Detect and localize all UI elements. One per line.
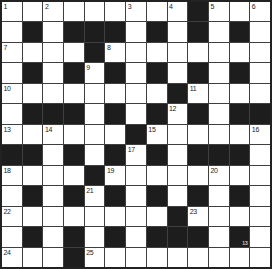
black-cell-r10c10 <box>188 186 208 205</box>
white-cell-r10c13[interactable] <box>250 186 270 205</box>
clue-number-13: 13 <box>4 125 11 134</box>
crossword-grid: 1234567891011121314151617181920212223132… <box>0 0 272 269</box>
white-cell-r7c1[interactable]: 13 <box>2 125 22 144</box>
white-cell-r5c12[interactable] <box>230 84 250 103</box>
black-cell-r10c2 <box>23 186 43 205</box>
black-cell-r6c2 <box>23 104 43 123</box>
white-cell-r11c7[interactable] <box>126 207 146 226</box>
white-cell-r5c5[interactable] <box>85 84 105 103</box>
black-cell-r10c12 <box>230 186 250 205</box>
white-cell-r2c9[interactable] <box>168 22 188 41</box>
white-cell-r11c2[interactable] <box>23 207 43 226</box>
white-cell-r8c9[interactable] <box>168 145 188 164</box>
clue-number-23: 23 <box>190 207 197 216</box>
black-cell-r4c12 <box>230 63 250 82</box>
black-cell-r8c10 <box>188 145 208 164</box>
white-cell-r3c6[interactable]: 8 <box>105 43 125 62</box>
white-cell-r12c5[interactable] <box>85 227 105 246</box>
black-cell-r8c1 <box>2 145 22 164</box>
white-cell-r13c8[interactable] <box>147 248 167 267</box>
black-cell-r8c8 <box>147 145 167 164</box>
clue-number-25: 25 <box>86 248 93 257</box>
black-cell-r12c9 <box>168 227 188 246</box>
white-cell-r7c13[interactable]: 16 <box>250 125 270 144</box>
white-cell-r9c7[interactable] <box>126 166 146 185</box>
black-cell-r10c6 <box>105 186 125 205</box>
white-cell-r6c5[interactable] <box>85 104 105 123</box>
white-cell-r5c13[interactable] <box>250 84 270 103</box>
clue-number-11: 11 <box>190 84 197 93</box>
white-cell-r4c13[interactable] <box>250 63 270 82</box>
white-cell-r11c13[interactable] <box>250 207 270 226</box>
white-cell-r9c10[interactable] <box>188 166 208 185</box>
black-cell-r8c6 <box>105 145 125 164</box>
clue-number-4: 4 <box>169 2 173 11</box>
white-cell-r2c3[interactable] <box>43 22 63 41</box>
clue-number-3: 3 <box>128 2 132 11</box>
white-cell-r10c9[interactable] <box>168 186 188 205</box>
white-cell-r3c3[interactable] <box>43 43 63 62</box>
white-cell-r13c3[interactable] <box>43 248 63 267</box>
black-cell-r8c12 <box>230 145 250 164</box>
white-cell-r13c12[interactable] <box>230 248 250 267</box>
white-cell-r3c2[interactable] <box>23 43 43 62</box>
white-cell-r5c1[interactable]: 10 <box>2 84 22 103</box>
white-cell-r1c1[interactable]: 1 <box>2 2 22 21</box>
clue-number-8: 8 <box>107 43 111 52</box>
white-cell-r13c1[interactable]: 24 <box>2 248 22 267</box>
white-cell-r11c12[interactable] <box>230 207 250 226</box>
black-cell-r12c2 <box>23 227 43 246</box>
white-cell-r1c2[interactable] <box>23 2 43 21</box>
white-cell-r4c11[interactable] <box>209 63 229 82</box>
white-cell-r6c11[interactable] <box>209 104 229 123</box>
white-cell-r1c8[interactable] <box>147 2 167 21</box>
white-cell-r3c7[interactable] <box>126 43 146 62</box>
white-cell-r9c13[interactable] <box>250 166 270 185</box>
white-cell-r13c6[interactable] <box>105 248 125 267</box>
clue-number-5: 5 <box>210 2 214 11</box>
white-cell-r13c9[interactable] <box>168 248 188 267</box>
black-cell-r12c4 <box>64 227 84 246</box>
white-cell-r5c6[interactable] <box>105 84 125 103</box>
white-cell-r10c7[interactable] <box>126 186 146 205</box>
white-cell-r1c13[interactable]: 6 <box>250 2 270 21</box>
black-cell-r10c4 <box>64 186 84 205</box>
black-cell-r4c6 <box>105 63 125 82</box>
clue-number-7: 7 <box>4 43 8 52</box>
white-cell-r13c11[interactable] <box>209 248 229 267</box>
clue-number-15: 15 <box>148 125 155 134</box>
clue-number-12: 12 <box>169 104 176 113</box>
white-cell-r6c7[interactable] <box>126 104 146 123</box>
clue-number-16: 16 <box>252 125 259 134</box>
white-cell-r4c9[interactable] <box>168 63 188 82</box>
black-cell-r9c5 <box>85 166 105 185</box>
white-cell-r8c3[interactable] <box>43 145 63 164</box>
white-cell-r3c1[interactable]: 7 <box>2 43 22 62</box>
white-cell-r12c3[interactable] <box>43 227 63 246</box>
black-cell-r8c11 <box>209 145 229 164</box>
white-cell-r9c11[interactable]: 20 <box>209 166 229 185</box>
white-cell-r7c9[interactable] <box>168 125 188 144</box>
clue-number-17: 17 <box>128 145 135 154</box>
white-cell-r11c10[interactable]: 23 <box>188 207 208 226</box>
white-cell-r9c4[interactable] <box>64 166 84 185</box>
white-cell-r11c4[interactable] <box>64 207 84 226</box>
white-cell-r2c13[interactable] <box>250 22 270 41</box>
clue-number-22: 22 <box>4 207 11 216</box>
white-cell-r5c7[interactable] <box>126 84 146 103</box>
white-cell-r11c5[interactable] <box>85 207 105 226</box>
white-cell-r13c5[interactable]: 25 <box>85 248 105 267</box>
black-cell-r6c8 <box>147 104 167 123</box>
white-cell-r7c4[interactable] <box>64 125 84 144</box>
white-cell-r9c12[interactable] <box>230 166 250 185</box>
black-cell-r2c12 <box>230 22 250 41</box>
black-cell-r12c8 <box>147 227 167 246</box>
black-cell-r12c10 <box>188 227 208 246</box>
white-cell-r9c6[interactable]: 19 <box>105 166 125 185</box>
clue-number-24: 24 <box>4 248 11 257</box>
black-cell-r12c12: 13 <box>230 227 250 246</box>
white-cell-r1c12[interactable] <box>230 2 250 21</box>
black-cell-r5c9 <box>168 84 188 103</box>
black-cell-r2c5 <box>85 22 105 41</box>
white-cell-r11c6[interactable] <box>105 207 125 226</box>
white-cell-r12c11[interactable] <box>209 227 229 246</box>
black-cell-r12c6 <box>105 227 125 246</box>
white-cell-r13c7[interactable] <box>126 248 146 267</box>
white-cell-r7c2[interactable] <box>23 125 43 144</box>
white-cell-r1c7[interactable]: 3 <box>126 2 146 21</box>
white-cell-r4c3[interactable] <box>43 63 63 82</box>
black-cell-r8c4 <box>64 145 84 164</box>
white-cell-r13c13[interactable] <box>250 248 270 267</box>
white-cell-r2c7[interactable] <box>126 22 146 41</box>
white-cell-r1c9[interactable]: 4 <box>168 2 188 21</box>
white-cell-r9c2[interactable] <box>23 166 43 185</box>
clue-number-14: 14 <box>45 125 52 134</box>
white-cell-r9c8[interactable] <box>147 166 167 185</box>
black-cell-r2c2 <box>23 22 43 41</box>
white-cell-r1c5[interactable] <box>85 2 105 21</box>
white-cell-r6c9[interactable]: 12 <box>168 104 188 123</box>
white-cell-r3c11[interactable] <box>209 43 229 62</box>
white-cell-r1c11[interactable]: 5 <box>209 2 229 21</box>
black-cell-r8c2 <box>23 145 43 164</box>
clue-number-18: 18 <box>4 166 11 175</box>
black-cell-r11c9 <box>168 207 188 226</box>
white-cell-r1c3[interactable]: 2 <box>43 2 63 21</box>
white-cell-r4c1[interactable] <box>2 63 22 82</box>
black-cell-r6c3 <box>43 104 63 123</box>
white-cell-r10c1[interactable] <box>2 186 22 205</box>
white-cell-r2c11[interactable] <box>209 22 229 41</box>
black-cell-r6c6 <box>105 104 125 123</box>
white-cell-r12c13[interactable] <box>250 227 270 246</box>
clue-number-21: 21 <box>86 186 93 195</box>
white-cell-r2c1[interactable] <box>2 22 22 41</box>
black-cell-r6c12 <box>230 104 250 123</box>
black-cell-r13c4 <box>64 248 84 267</box>
white-cell-r12c1[interactable] <box>2 227 22 246</box>
clue-number-6: 6 <box>252 2 256 11</box>
white-cell-r1c6[interactable] <box>105 2 125 21</box>
clue-number-19: 19 <box>107 166 114 175</box>
crossword-puzzle: 1234567891011121314151617181920212223132… <box>0 0 272 269</box>
white-cell-r7c3[interactable]: 14 <box>43 125 63 144</box>
white-cell-r3c12[interactable] <box>230 43 250 62</box>
white-cell-r11c8[interactable] <box>147 207 167 226</box>
white-cell-r7c5[interactable] <box>85 125 105 144</box>
white-cell-r3c10[interactable] <box>188 43 208 62</box>
black-cell-r6c4 <box>64 104 84 123</box>
white-cell-r5c10[interactable]: 11 <box>188 84 208 103</box>
white-cell-r5c8[interactable] <box>147 84 167 103</box>
black-cell-r4c2 <box>23 63 43 82</box>
white-cell-r11c11[interactable] <box>209 207 229 226</box>
white-cell-r5c3[interactable] <box>43 84 63 103</box>
white-cell-r9c3[interactable] <box>43 166 63 185</box>
black-cell-r2c8 <box>147 22 167 41</box>
white-cell-r5c11[interactable] <box>209 84 229 103</box>
black-cell-r3c5 <box>85 43 105 62</box>
watermark-number: 13 <box>242 240 248 246</box>
black-cell-r4c4 <box>64 63 84 82</box>
white-cell-r7c11[interactable] <box>209 125 229 144</box>
black-cell-r7c7 <box>126 125 146 144</box>
white-cell-r11c3[interactable] <box>43 207 63 226</box>
white-cell-r8c7[interactable]: 17 <box>126 145 146 164</box>
clue-number-9: 9 <box>86 63 90 72</box>
white-cell-r7c12[interactable] <box>230 125 250 144</box>
black-cell-r2c4 <box>64 22 84 41</box>
white-cell-r10c11[interactable] <box>209 186 229 205</box>
white-cell-r3c13[interactable] <box>250 43 270 62</box>
black-cell-r10c8 <box>147 186 167 205</box>
white-cell-r13c10[interactable] <box>188 248 208 267</box>
white-cell-r12c7[interactable] <box>126 227 146 246</box>
clue-number-10: 10 <box>4 84 11 93</box>
white-cell-r4c5[interactable]: 9 <box>85 63 105 82</box>
black-cell-r2c6 <box>105 22 125 41</box>
clue-number-1: 1 <box>4 2 8 11</box>
white-cell-r8c5[interactable] <box>85 145 105 164</box>
white-cell-r6c1[interactable] <box>2 104 22 123</box>
clue-number-20: 20 <box>210 166 217 175</box>
black-cell-r2c10 <box>188 22 208 41</box>
black-cell-r6c10 <box>188 104 208 123</box>
white-cell-r3c8[interactable] <box>147 43 167 62</box>
white-cell-r5c2[interactable] <box>23 84 43 103</box>
white-cell-r10c5[interactable]: 21 <box>85 186 105 205</box>
black-cell-r6c13 <box>250 104 270 123</box>
white-cell-r3c9[interactable] <box>168 43 188 62</box>
white-cell-r7c8[interactable]: 15 <box>147 125 167 144</box>
white-cell-r5c4[interactable] <box>64 84 84 103</box>
black-cell-r1c10 <box>188 2 208 21</box>
white-cell-r9c9[interactable] <box>168 166 188 185</box>
white-cell-r7c10[interactable] <box>188 125 208 144</box>
black-cell-r4c8 <box>147 63 167 82</box>
clue-number-2: 2 <box>45 2 49 11</box>
white-cell-r7c6[interactable] <box>105 125 125 144</box>
white-cell-r3c4[interactable] <box>64 43 84 62</box>
white-cell-r10c3[interactable] <box>43 186 63 205</box>
white-cell-r4c7[interactable] <box>126 63 146 82</box>
black-cell-r4c10 <box>188 63 208 82</box>
white-cell-r11c1[interactable]: 22 <box>2 207 22 226</box>
white-cell-r13c2[interactable] <box>23 248 43 267</box>
white-cell-r1c4[interactable] <box>64 2 84 21</box>
white-cell-r9c1[interactable]: 18 <box>2 166 22 185</box>
white-cell-r8c13[interactable] <box>250 145 270 164</box>
